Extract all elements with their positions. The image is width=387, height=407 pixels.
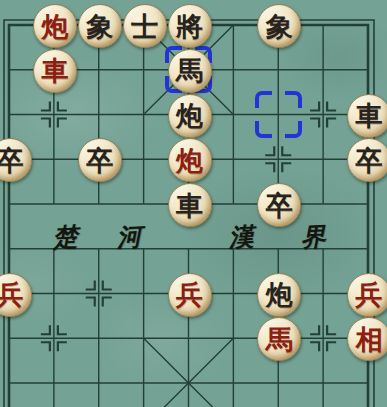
- piece-glyph: 炮: [176, 147, 203, 174]
- river-label: 河: [116, 220, 143, 254]
- star-point: [327, 325, 336, 334]
- star-point: [86, 281, 95, 290]
- star-point: [41, 119, 50, 128]
- piece-glyph: 象: [266, 13, 293, 40]
- piece-black-soldier[interactable]: 卒: [347, 138, 387, 182]
- piece-glyph: 馬: [266, 326, 293, 353]
- xiangqi-board[interactable]: 楚河漢界 炮象士將象車馬炮車卒卒炮卒車卒兵兵炮兵馬相: [0, 0, 387, 407]
- piece-red-chariot[interactable]: 車: [33, 49, 77, 93]
- star-point: [327, 342, 336, 351]
- piece-red-soldier[interactable]: 兵: [168, 273, 212, 317]
- river-label: 楚: [52, 220, 79, 254]
- piece-glyph: 兵: [176, 281, 203, 308]
- piece-glyph: 士: [131, 13, 158, 40]
- star-point: [310, 325, 319, 334]
- star-point: [86, 298, 95, 307]
- star-point: [103, 298, 112, 307]
- star-point: [58, 119, 67, 128]
- piece-glyph: 象: [86, 13, 113, 40]
- piece-glyph: 車: [176, 192, 203, 219]
- piece-black-soldier[interactable]: 卒: [78, 138, 122, 182]
- star-point: [282, 163, 291, 172]
- piece-black-elephant[interactable]: 象: [78, 4, 122, 48]
- star-point: [265, 146, 274, 155]
- piece-glyph: 兵: [356, 281, 383, 308]
- piece-red-cannon[interactable]: 炮: [33, 4, 77, 48]
- star-point: [41, 102, 50, 111]
- star-point: [58, 102, 67, 111]
- piece-glyph: 車: [41, 57, 68, 84]
- piece-glyph: 車: [356, 102, 383, 129]
- piece-black-soldier[interactable]: 卒: [257, 183, 301, 227]
- piece-black-cannon[interactable]: 炮: [168, 94, 212, 138]
- river-label: 界: [300, 220, 327, 254]
- move-highlight-marker: [255, 91, 302, 138]
- piece-glyph: 將: [176, 13, 203, 40]
- piece-black-elephant[interactable]: 象: [257, 4, 301, 48]
- piece-black-horse[interactable]: 馬: [168, 49, 212, 93]
- star-point: [327, 102, 336, 111]
- star-point: [265, 163, 274, 172]
- star-point: [58, 325, 67, 334]
- piece-glyph: 相: [356, 326, 383, 353]
- star-point: [282, 146, 291, 155]
- star-point: [327, 119, 336, 128]
- piece-red-soldier[interactable]: 兵: [347, 273, 387, 317]
- piece-black-cannon[interactable]: 炮: [257, 273, 301, 317]
- star-point: [310, 119, 319, 128]
- star-point: [310, 342, 319, 351]
- piece-glyph: 卒: [0, 147, 24, 174]
- star-point: [103, 281, 112, 290]
- piece-glyph: 兵: [0, 281, 24, 308]
- star-point: [41, 325, 50, 334]
- piece-red-cannon[interactable]: 炮: [168, 138, 212, 182]
- piece-glyph: 卒: [356, 147, 383, 174]
- piece-glyph: 卒: [266, 192, 293, 219]
- piece-black-chariot[interactable]: 車: [168, 183, 212, 227]
- piece-black-chariot[interactable]: 車: [347, 94, 387, 138]
- star-point: [58, 342, 67, 351]
- piece-black-advisor[interactable]: 士: [123, 4, 167, 48]
- piece-glyph: 卒: [86, 147, 113, 174]
- river-label: 漢: [228, 220, 255, 254]
- piece-glyph: 炮: [41, 13, 68, 40]
- piece-black-general[interactable]: 將: [168, 4, 212, 48]
- piece-glyph: 馬: [176, 57, 203, 84]
- star-point: [310, 102, 319, 111]
- piece-glyph: 炮: [266, 281, 293, 308]
- piece-glyph: 炮: [176, 102, 203, 129]
- piece-red-elephant[interactable]: 相: [347, 317, 387, 361]
- star-point: [41, 342, 50, 351]
